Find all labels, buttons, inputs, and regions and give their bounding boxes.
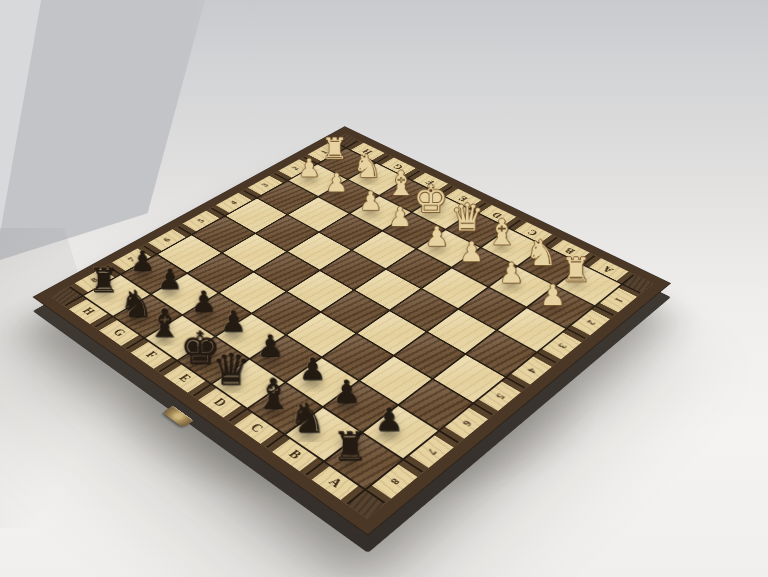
rank-label-text: 4 <box>228 199 240 206</box>
white-pawn-piece[interactable]: ♟ <box>529 270 576 320</box>
rank-label-text: 5 <box>195 217 207 224</box>
rank-label-text: 7 <box>424 446 440 457</box>
rank-label-text: 2 <box>584 318 599 327</box>
file-label-text: B <box>285 448 304 462</box>
rank-label-text: 8 <box>387 476 403 488</box>
file-label-text: G <box>110 327 128 339</box>
file-label-text: E <box>175 373 193 385</box>
file-label-text: F <box>142 350 159 361</box>
rank-label-text: 4 <box>524 366 539 375</box>
rank-label-text: 6 <box>459 418 475 428</box>
photo-background: HGFEDCBA1♜♞♝♚♛♝♞♜12♟♟♟♟♟♟♟♟2334455667♟♟♟… <box>0 0 768 577</box>
rank-label-text: 3 <box>555 341 570 350</box>
file-label-text: D <box>210 396 229 409</box>
file-label-text: C <box>247 422 266 435</box>
rank-label-text: 5 <box>492 391 508 401</box>
file-label-text: A <box>325 476 345 491</box>
white-pawn-piece[interactable]: ♟ <box>488 248 534 297</box>
rank-label-text: 1 <box>611 296 626 304</box>
rank-label-text: 3 <box>259 182 271 188</box>
file-label-text: A <box>601 264 616 274</box>
file-label-text: H <box>79 306 97 317</box>
black-rook-piece[interactable]: ♜ <box>323 418 377 476</box>
